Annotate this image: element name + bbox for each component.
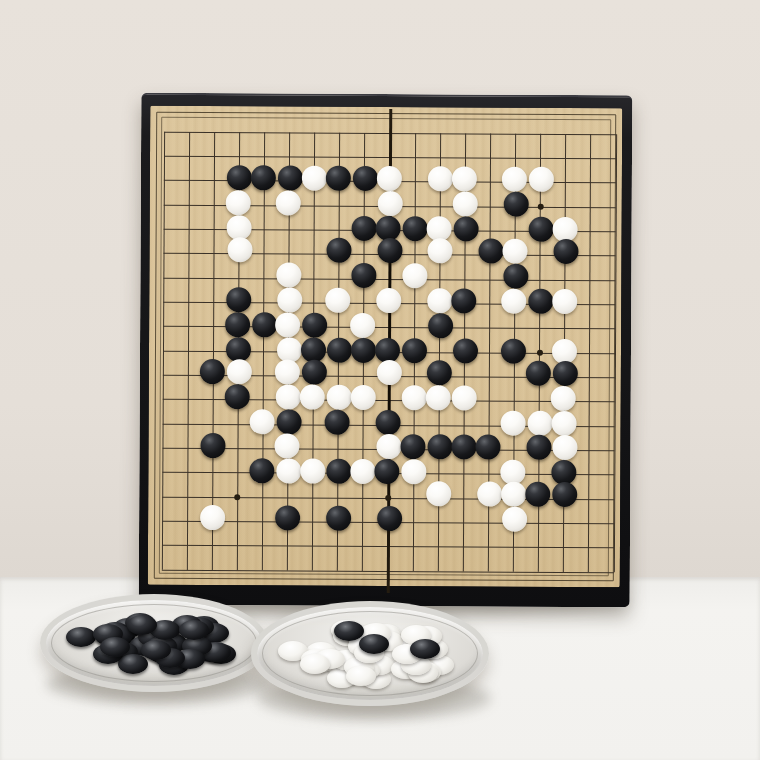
- stone-black: [352, 216, 377, 241]
- stone-black: [249, 459, 274, 484]
- scene: [0, 0, 760, 760]
- stone-white: [377, 166, 402, 191]
- stone-black: [200, 433, 225, 458]
- stone-white: [250, 409, 275, 434]
- stone-white: [302, 166, 327, 191]
- stone-black: [427, 360, 452, 385]
- stone-black: [454, 216, 479, 241]
- stone-white: [453, 191, 478, 216]
- stone-white: [428, 166, 453, 191]
- go-board: [139, 93, 633, 608]
- stone-black: [252, 312, 277, 337]
- stone-white: [529, 167, 554, 192]
- stone-black: [525, 482, 550, 507]
- stone-black: [475, 435, 500, 460]
- stone-black: [226, 337, 251, 362]
- stone-black: [528, 217, 553, 242]
- stone-white: [276, 312, 301, 337]
- white-stone-tray: [251, 601, 489, 706]
- tray-stone-black: [141, 640, 171, 660]
- stone-white: [552, 289, 577, 314]
- stone-white: [401, 459, 426, 484]
- stone-white: [276, 191, 301, 216]
- stone-white: [200, 505, 225, 530]
- stone-white: [552, 410, 577, 435]
- stone-white: [376, 360, 401, 385]
- stone-white: [426, 482, 451, 507]
- stone-white: [501, 410, 526, 435]
- star-point: [537, 204, 543, 210]
- stone-white: [376, 288, 401, 313]
- stone-white: [277, 287, 302, 312]
- tray-stone-black-mixed: [359, 634, 389, 654]
- stone-white: [276, 384, 301, 409]
- stone-black: [225, 312, 250, 337]
- stone-black: [327, 459, 352, 484]
- stone-white: [276, 262, 301, 287]
- stone-white: [225, 190, 250, 215]
- stone-black: [402, 338, 427, 363]
- stone-black: [200, 359, 225, 384]
- stone-white: [276, 459, 301, 484]
- stone-black: [326, 166, 351, 191]
- star-point: [537, 350, 543, 356]
- stone-black: [225, 384, 250, 409]
- stone-white: [300, 459, 325, 484]
- stone-white: [377, 434, 402, 459]
- tray-stone-white: [346, 666, 376, 686]
- star-point: [385, 495, 391, 501]
- stone-white: [503, 239, 528, 264]
- tray-stone-black: [100, 637, 130, 657]
- stone-black: [504, 264, 529, 289]
- stone-black: [227, 287, 252, 312]
- grid-line-vertical: [613, 134, 616, 572]
- stone-white: [351, 459, 376, 484]
- stone-white: [275, 359, 300, 384]
- stone-black: [451, 288, 476, 313]
- stone-black: [302, 359, 327, 384]
- stone-white: [378, 191, 403, 216]
- stone-white: [501, 482, 526, 507]
- stone-black: [351, 338, 376, 363]
- stone-black: [251, 165, 276, 190]
- stone-black: [403, 216, 428, 241]
- star-point: [235, 494, 241, 500]
- stone-white: [451, 166, 476, 191]
- stone-black: [453, 338, 478, 363]
- stone-black: [302, 312, 327, 337]
- stone-black: [377, 506, 402, 531]
- board-wood-face: [148, 106, 623, 587]
- stone-white: [300, 384, 325, 409]
- stone-black: [451, 435, 476, 460]
- stone-white: [350, 313, 375, 338]
- stone-black: [326, 506, 351, 531]
- stone-black: [353, 166, 378, 191]
- stone-black: [377, 238, 402, 263]
- stone-black: [375, 338, 400, 363]
- stone-white: [227, 237, 252, 262]
- black-tray-stones: [54, 607, 254, 679]
- stone-black: [428, 313, 453, 338]
- stone-black: [300, 337, 325, 362]
- stone-black: [400, 435, 425, 460]
- stone-black: [526, 360, 551, 385]
- stone-white: [425, 385, 450, 410]
- white-tray-stones: [265, 614, 475, 693]
- stone-black: [501, 338, 526, 363]
- stone-black: [553, 361, 578, 386]
- stone-black: [479, 238, 504, 263]
- stone-white: [452, 385, 477, 410]
- stone-white: [551, 385, 576, 410]
- stone-white: [277, 337, 302, 362]
- stone-black: [503, 192, 528, 217]
- stone-black: [375, 459, 400, 484]
- stone-white: [502, 167, 527, 192]
- stone-black: [277, 409, 302, 434]
- stone-white: [552, 339, 577, 364]
- stone-black: [275, 506, 300, 531]
- stone-black: [553, 239, 578, 264]
- stone-black: [427, 435, 452, 460]
- stone-black: [278, 166, 303, 191]
- stone-white: [553, 435, 578, 460]
- stone-white: [402, 263, 427, 288]
- stone-black: [351, 263, 376, 288]
- stone-white: [528, 410, 553, 435]
- stone-black: [375, 409, 400, 434]
- stone-black: [526, 435, 551, 460]
- stone-white: [227, 359, 252, 384]
- board-grid: [162, 132, 616, 572]
- tray-stone-black-mixed: [410, 639, 440, 659]
- stone-black: [227, 165, 252, 190]
- stone-black: [327, 337, 352, 362]
- stone-white: [428, 238, 453, 263]
- tray-stone-black: [118, 654, 148, 674]
- tray-stone-black: [66, 627, 96, 647]
- stone-white: [401, 385, 426, 410]
- stone-white: [275, 434, 300, 459]
- stone-white: [502, 288, 527, 313]
- black-stone-tray: [40, 594, 268, 692]
- stone-black: [552, 482, 577, 507]
- stone-white: [427, 288, 452, 313]
- stone-white: [502, 507, 527, 532]
- stone-white: [477, 482, 502, 507]
- stone-white: [327, 384, 352, 409]
- stone-white: [325, 288, 350, 313]
- stone-white: [350, 384, 375, 409]
- stone-black: [326, 238, 351, 263]
- stone-black: [529, 289, 554, 314]
- stone-black: [325, 409, 350, 434]
